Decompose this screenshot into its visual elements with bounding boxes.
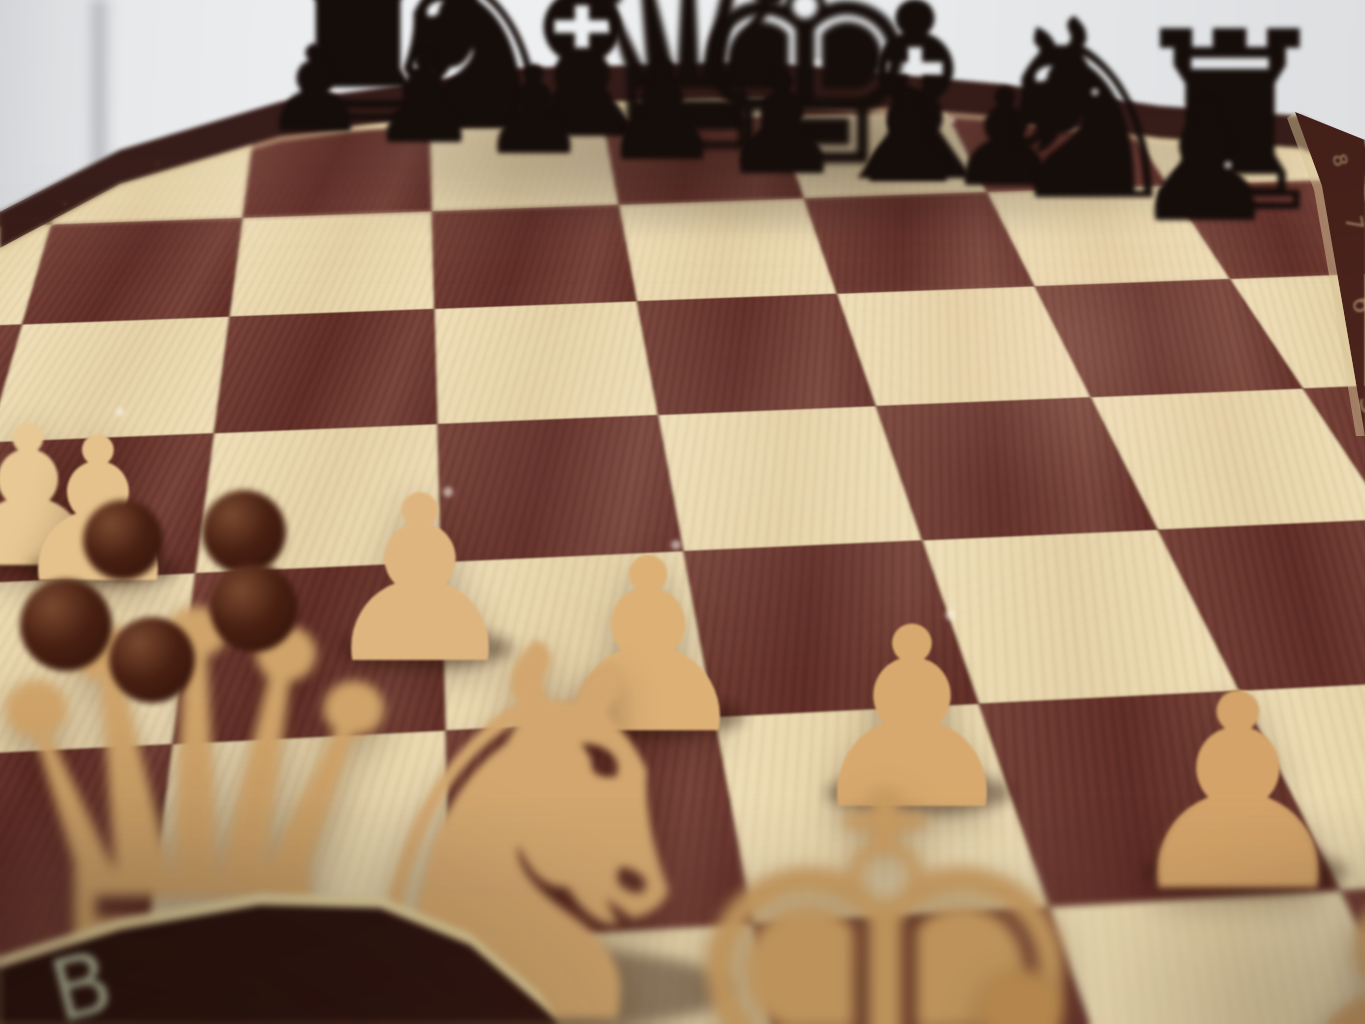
piece-black-pawn-a7: ♟ <box>261 30 369 150</box>
vignette-bottom-right <box>1080 820 1365 1024</box>
queen-crown-bead <box>109 617 195 703</box>
piece-black-pawn-b7: ♟ <box>368 36 480 161</box>
piece-black-pawn-d7: ♟ <box>600 43 724 181</box>
vignette-bottom-left <box>0 730 740 1024</box>
piece-black-pawn-c7: ♟ <box>479 50 588 172</box>
specular-glint <box>1224 161 1232 169</box>
queen-crown-bead <box>202 490 286 574</box>
queen-crown-bead <box>210 564 298 652</box>
specular-glint <box>949 117 955 123</box>
chess-photo-scene: ♜♞♝♛♚♝♞♜♟♟♟♟♟♟♟♟♟♟♟♟♟♟♟♞♛♚♝ B 8765 ···· <box>0 0 1365 1024</box>
rank-label-6: 6 <box>1346 295 1365 316</box>
specular-glint <box>815 59 821 65</box>
queen-crown-bead <box>20 579 112 671</box>
specular-glint <box>443 487 453 497</box>
queen-crown-bead <box>83 500 163 580</box>
specular-glint <box>945 610 955 620</box>
rank-label-5: 5 <box>1352 394 1365 417</box>
specular-glint <box>116 408 124 416</box>
specular-glint <box>1091 88 1099 96</box>
specular-glint <box>671 540 681 550</box>
piece-black-pawn-h7: ♟ <box>1130 78 1281 246</box>
